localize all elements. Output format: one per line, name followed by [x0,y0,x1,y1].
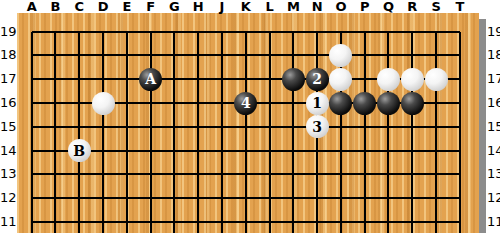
stone-black-O16[interactable] [329,92,352,115]
row-label-left-17: 17 [0,71,15,87]
stone-white-N15[interactable]: 3 [306,115,329,138]
row-label-left-12: 12 [0,190,15,206]
column-label-B: B [43,0,67,13]
column-label-D: D [91,0,115,13]
stone-label: 4 [241,96,251,110]
stone-label: B [73,144,85,158]
column-label-K: K [234,0,258,13]
go-board-diagram: A2413B ABCDEFGHJKLMNOPQRST 1918171615141… [0,0,500,233]
stone-label: 1 [312,96,322,110]
stone-white-O17[interactable] [329,68,352,91]
column-label-L: L [258,0,282,13]
stone-white-N16[interactable]: 1 [306,92,329,115]
stone-white-Q17[interactable] [377,68,400,91]
column-label-E: E [115,0,139,13]
column-label-M: M [281,0,305,13]
stone-white-S17[interactable] [425,68,448,91]
column-label-G: G [162,0,186,13]
column-label-Q: Q [377,0,401,13]
row-label-right-17: 17 [487,71,500,87]
row-label-left-16: 16 [0,95,15,111]
stone-black-P16[interactable] [353,92,376,115]
board-shadow [479,19,486,233]
stone-black-M17[interactable] [282,68,305,91]
row-label-right-15: 15 [487,119,500,135]
column-label-S: S [424,0,448,13]
column-label-C: C [67,0,91,13]
stone-white-C14[interactable]: B [68,139,91,162]
column-label-H: H [186,0,210,13]
row-label-right-16: 16 [487,95,500,111]
column-label-O: O [329,0,353,13]
stones-layer: A2413B [17,13,479,233]
column-label-F: F [139,0,163,13]
row-label-right-14: 14 [487,143,500,159]
column-label-N: N [305,0,329,13]
row-label-left-15: 15 [0,119,15,135]
stone-black-N17[interactable]: 2 [306,68,329,91]
row-label-left-19: 19 [0,24,15,40]
stone-label: A [145,72,156,86]
stone-black-F17[interactable]: A [139,68,162,91]
stone-black-Q16[interactable] [377,92,400,115]
stone-black-R16[interactable] [401,92,424,115]
row-label-right-13: 13 [487,166,500,182]
row-label-left-11: 11 [0,214,15,230]
column-label-J: J [210,0,234,13]
stone-white-D16[interactable] [92,92,115,115]
row-label-right-12: 12 [487,190,500,206]
row-label-right-18: 18 [487,47,500,63]
row-label-right-11: 11 [487,214,500,230]
stone-black-K16[interactable]: 4 [234,92,257,115]
row-label-left-13: 13 [0,166,15,182]
stone-label: 3 [312,120,322,134]
row-label-left-14: 14 [0,143,15,159]
stone-label: 2 [312,72,322,86]
go-board: A2413B [17,13,479,233]
stone-white-R17[interactable] [401,68,424,91]
column-label-P: P [353,0,377,13]
row-label-right-19: 19 [487,24,500,40]
column-label-R: R [400,0,424,13]
column-label-T: T [448,0,472,13]
row-label-left-18: 18 [0,47,15,63]
stone-white-O18[interactable] [329,44,352,67]
column-label-A: A [20,0,44,13]
